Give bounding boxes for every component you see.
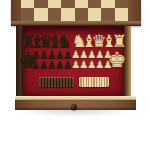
checkers-stack-light xyxy=(79,77,109,87)
dark-square xyxy=(61,0,74,8)
red-felt-lining: ♜♝♛♝♞♞♝♛♝♜♚♚♟♟♟♟♟♟♟♟♟♟♟♟♟♟♟♟♟♟♟♟ xyxy=(23,26,124,96)
dark-square xyxy=(115,0,128,8)
dark-square xyxy=(101,8,114,21)
light-pawn: ♟ xyxy=(104,60,113,70)
light-square xyxy=(34,8,47,21)
dark-square xyxy=(48,8,61,21)
product-photo-chess-box: ♜♝♛♝♞♞♝♛♝♜♚♚♟♟♟♟♟♟♟♟♟♟♟♟♟♟♟♟♟♟♟♟ xyxy=(0,0,150,150)
light-square xyxy=(48,0,61,8)
light-square xyxy=(101,0,114,8)
board-lid xyxy=(11,0,141,26)
light-square xyxy=(61,8,74,21)
ground-shadow xyxy=(20,110,130,117)
light-square xyxy=(75,0,88,8)
light-square xyxy=(115,8,128,21)
dark-square xyxy=(88,0,101,8)
drawer-front xyxy=(15,100,136,111)
checkers-stack-dark xyxy=(39,77,74,87)
light-square xyxy=(21,0,34,8)
dark-square xyxy=(34,0,47,8)
dark-square xyxy=(75,8,88,21)
chess-board xyxy=(21,0,128,21)
dark-square xyxy=(21,8,34,21)
dark-knight: ♞ xyxy=(56,33,71,50)
light-square xyxy=(88,8,101,21)
